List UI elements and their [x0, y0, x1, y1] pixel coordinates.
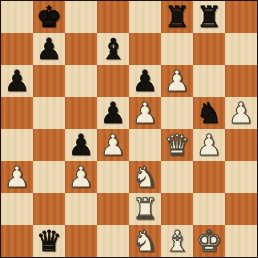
square-f6[interactable]: ♟	[161, 65, 193, 97]
square-b6[interactable]	[33, 65, 65, 97]
square-c7[interactable]	[65, 33, 97, 65]
square-c1[interactable]	[65, 225, 97, 257]
square-d6[interactable]	[97, 65, 129, 97]
square-g5[interactable]: ♞	[193, 97, 225, 129]
piece-white-knight-e1[interactable]: ♞	[132, 225, 158, 257]
square-a3[interactable]: ♟	[1, 161, 33, 193]
piece-black-bishop-d7[interactable]: ♝	[100, 33, 126, 65]
square-d2[interactable]	[97, 193, 129, 225]
square-d8[interactable]	[97, 1, 129, 33]
square-e7[interactable]	[129, 33, 161, 65]
square-c6[interactable]	[65, 65, 97, 97]
square-a1[interactable]	[1, 225, 33, 257]
piece-black-pawn-d5[interactable]: ♟	[100, 97, 126, 129]
piece-white-rook-e2[interactable]: ♜	[132, 193, 158, 225]
square-g3[interactable]	[193, 161, 225, 193]
piece-black-pawn-a6[interactable]: ♟	[4, 65, 30, 97]
piece-white-pawn-d4[interactable]: ♟	[100, 129, 126, 161]
square-g2[interactable]	[193, 193, 225, 225]
square-f7[interactable]	[161, 33, 193, 65]
piece-white-bishop-f1[interactable]: ♝	[164, 225, 190, 257]
square-a6[interactable]: ♟	[1, 65, 33, 97]
square-b7[interactable]: ♟	[33, 33, 65, 65]
square-d7[interactable]: ♝	[97, 33, 129, 65]
square-f4[interactable]: ♛	[161, 129, 193, 161]
piece-white-pawn-c3[interactable]: ♟	[68, 161, 94, 193]
square-d4[interactable]: ♟	[97, 129, 129, 161]
piece-white-knight-e3[interactable]: ♞	[132, 161, 158, 193]
piece-white-pawn-a3[interactable]: ♟	[4, 161, 30, 193]
square-c8[interactable]	[65, 1, 97, 33]
square-g7[interactable]	[193, 33, 225, 65]
square-b8[interactable]: ♚	[33, 1, 65, 33]
square-b2[interactable]	[33, 193, 65, 225]
square-g1[interactable]: ♚	[193, 225, 225, 257]
piece-black-knight-g5[interactable]: ♞	[196, 97, 222, 129]
square-d1[interactable]	[97, 225, 129, 257]
piece-black-rook-g8[interactable]: ♜	[196, 1, 222, 33]
square-b1[interactable]: ♛	[33, 225, 65, 257]
square-a5[interactable]	[1, 97, 33, 129]
square-b4[interactable]	[33, 129, 65, 161]
square-c4[interactable]: ♟	[65, 129, 97, 161]
square-d5[interactable]: ♟	[97, 97, 129, 129]
piece-black-queen-b1[interactable]: ♛	[36, 225, 62, 257]
square-e8[interactable]	[129, 1, 161, 33]
square-a4[interactable]	[1, 129, 33, 161]
piece-white-pawn-g4[interactable]: ♟	[196, 129, 222, 161]
square-h6[interactable]	[225, 65, 257, 97]
square-f8[interactable]: ♜	[161, 1, 193, 33]
square-f1[interactable]: ♝	[161, 225, 193, 257]
piece-white-pawn-h5[interactable]: ♟	[228, 97, 254, 129]
square-e5[interactable]: ♟	[129, 97, 161, 129]
piece-black-pawn-e6[interactable]: ♟	[132, 65, 158, 97]
square-h4[interactable]	[225, 129, 257, 161]
piece-white-pawn-f6[interactable]: ♟	[164, 65, 190, 97]
square-g8[interactable]: ♜	[193, 1, 225, 33]
square-h3[interactable]	[225, 161, 257, 193]
square-a2[interactable]	[1, 193, 33, 225]
piece-white-pawn-e5[interactable]: ♟	[132, 97, 158, 129]
piece-white-queen-f4[interactable]: ♛	[164, 129, 190, 161]
piece-white-king-g1[interactable]: ♚	[196, 225, 222, 257]
square-c5[interactable]	[65, 97, 97, 129]
square-e1[interactable]: ♞	[129, 225, 161, 257]
square-g6[interactable]	[193, 65, 225, 97]
square-f5[interactable]	[161, 97, 193, 129]
square-h7[interactable]	[225, 33, 257, 65]
piece-black-king-b8[interactable]: ♚	[36, 1, 62, 33]
square-h8[interactable]	[225, 1, 257, 33]
square-d3[interactable]	[97, 161, 129, 193]
piece-black-rook-f8[interactable]: ♜	[164, 1, 190, 33]
square-c2[interactable]	[65, 193, 97, 225]
square-e4[interactable]	[129, 129, 161, 161]
square-h2[interactable]	[225, 193, 257, 225]
square-e3[interactable]: ♞	[129, 161, 161, 193]
square-e6[interactable]: ♟	[129, 65, 161, 97]
piece-black-pawn-b7[interactable]: ♟	[36, 33, 62, 65]
chess-board: ♚♜♜♟♝♟♟♟♟♟♞♟♟♟♛♟♟♟♞♜♛♞♝♚	[0, 0, 258, 258]
square-c3[interactable]: ♟	[65, 161, 97, 193]
square-g4[interactable]: ♟	[193, 129, 225, 161]
square-a7[interactable]	[1, 33, 33, 65]
square-e2[interactable]: ♜	[129, 193, 161, 225]
square-b5[interactable]	[33, 97, 65, 129]
piece-black-pawn-c4[interactable]: ♟	[68, 129, 94, 161]
square-h5[interactable]: ♟	[225, 97, 257, 129]
square-b3[interactable]	[33, 161, 65, 193]
square-h1[interactable]	[225, 225, 257, 257]
square-a8[interactable]	[1, 1, 33, 33]
square-f3[interactable]	[161, 161, 193, 193]
square-f2[interactable]	[161, 193, 193, 225]
